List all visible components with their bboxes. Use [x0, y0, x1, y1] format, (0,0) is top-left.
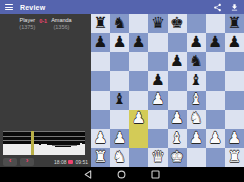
hamburger-menu-icon[interactable]	[5, 4, 13, 10]
square-h2[interactable]: ♟	[225, 129, 244, 148]
white-clock: 18:08	[54, 159, 67, 165]
game-result: 0-1	[39, 17, 47, 31]
square-e8[interactable]: ♚	[168, 14, 187, 33]
next-move-button[interactable]: ›	[20, 158, 34, 166]
back-icon[interactable]	[84, 170, 92, 179]
black-pawn: ♟	[151, 73, 165, 89]
square-b1[interactable]: ♞	[110, 148, 129, 167]
square-f1[interactable]	[187, 148, 206, 167]
square-h6[interactable]	[225, 52, 244, 71]
square-c5[interactable]	[129, 71, 148, 90]
square-a8[interactable]: ♜	[91, 14, 110, 33]
page-title: Review	[20, 4, 45, 11]
square-d2[interactable]	[148, 129, 167, 148]
white-king: ♚	[170, 150, 184, 166]
square-d5[interactable]: ♟	[148, 71, 167, 90]
white-pawn: ♟	[132, 111, 146, 127]
black-queen: ♛	[151, 16, 165, 32]
evaluation-graph[interactable]	[3, 131, 85, 155]
white-pawn: ♟	[189, 131, 203, 147]
square-a5[interactable]	[91, 71, 110, 90]
black-rook: ♜	[94, 16, 108, 32]
black-pawn: ♟	[113, 35, 127, 51]
square-c7[interactable]: ♟	[129, 33, 148, 52]
square-f4[interactable]: ♝	[187, 91, 206, 110]
white-pawn: ♟	[227, 131, 241, 147]
square-g1[interactable]	[206, 148, 225, 167]
white-pawn: ♟	[113, 131, 127, 147]
square-b7[interactable]: ♟	[110, 33, 129, 52]
current-move-marker	[31, 131, 34, 155]
home-icon[interactable]	[117, 170, 126, 179]
prev-move-button[interactable]: ‹	[3, 158, 17, 166]
square-e5[interactable]	[168, 71, 187, 90]
square-c4[interactable]	[129, 91, 148, 110]
android-navbar	[0, 167, 244, 182]
square-b5[interactable]	[110, 71, 129, 90]
black-player-rating: (1356)	[51, 24, 72, 31]
black-pawn: ♟	[170, 54, 184, 70]
black-clock: 09:51	[75, 159, 88, 165]
white-pawn: ♟	[208, 131, 222, 147]
square-d4[interactable]: ♟	[148, 91, 167, 110]
review-side-panel: Player (1375) 0-1 Amanda (1356) ‹ › 18:0…	[0, 14, 91, 167]
black-pawn: ♟	[94, 35, 108, 51]
square-b2[interactable]: ♟	[110, 129, 129, 148]
header-actions	[213, 3, 239, 12]
square-e3[interactable]: ♟	[168, 110, 187, 129]
white-player-name: Player	[19, 17, 35, 24]
square-a4[interactable]	[91, 91, 110, 110]
square-a6[interactable]	[91, 52, 110, 71]
square-e7[interactable]	[168, 33, 187, 52]
players-info: Player (1375) 0-1 Amanda (1356)	[0, 14, 91, 31]
white-player-rating: (1375)	[19, 24, 35, 31]
square-g7[interactable]: ♟	[206, 33, 225, 52]
white-rook: ♜	[227, 150, 241, 166]
square-g8[interactable]	[206, 14, 225, 33]
square-h3[interactable]	[225, 110, 244, 129]
square-d3[interactable]	[148, 110, 167, 129]
black-rook: ♜	[227, 16, 241, 32]
square-h1[interactable]: ♜	[225, 148, 244, 167]
square-d8[interactable]: ♛	[148, 14, 167, 33]
square-f6[interactable]: ♞	[187, 52, 206, 71]
playback-controls: ‹ › 18:08 09:51	[0, 156, 91, 167]
square-h4[interactable]	[225, 91, 244, 110]
black-player: Amanda (1356)	[51, 17, 72, 31]
white-pawn: ♟	[170, 111, 184, 127]
square-h5[interactable]	[225, 71, 244, 90]
eval-bar	[82, 144, 85, 155]
black-pawn: ♟	[208, 35, 222, 51]
black-bishop: ♝	[113, 92, 127, 108]
black-pawn: ♟	[132, 35, 146, 51]
square-c1[interactable]	[129, 148, 148, 167]
white-rook: ♜	[94, 150, 108, 166]
white-queen: ♛	[151, 150, 165, 166]
white-knight: ♞	[113, 150, 127, 166]
evaluation-area-series	[3, 131, 85, 155]
square-e6[interactable]: ♟	[168, 52, 187, 71]
move-indicator-icon	[68, 160, 73, 164]
main-content: Player (1375) 0-1 Amanda (1356) ‹ › 18:0…	[0, 14, 244, 167]
white-bishop: ♝	[189, 92, 203, 108]
square-a1[interactable]: ♜	[91, 148, 110, 167]
square-f2[interactable]: ♟	[187, 129, 206, 148]
square-c6[interactable]	[129, 52, 148, 71]
square-a2[interactable]: ♟	[91, 129, 110, 148]
square-c8[interactable]	[129, 14, 148, 33]
share-icon[interactable]	[213, 3, 222, 12]
square-a3[interactable]	[91, 110, 110, 129]
clock-display: 18:08 09:51	[54, 159, 88, 165]
black-player-name: Amanda	[51, 17, 72, 24]
square-d1[interactable]: ♛	[148, 148, 167, 167]
square-a7[interactable]: ♟	[91, 33, 110, 52]
square-e1[interactable]: ♚	[168, 148, 187, 167]
square-d7[interactable]	[148, 33, 167, 52]
white-bishop: ♝	[170, 131, 184, 147]
square-g4[interactable]	[206, 91, 225, 110]
square-b6[interactable]	[110, 52, 129, 71]
square-d6[interactable]	[148, 52, 167, 71]
square-g5[interactable]	[206, 71, 225, 90]
square-f8[interactable]	[187, 14, 206, 33]
black-bishop: ♝	[189, 73, 203, 89]
square-b3[interactable]	[110, 110, 129, 129]
square-b8[interactable]: ♞	[110, 14, 129, 33]
white-player: Player (1375)	[19, 17, 35, 31]
square-h7[interactable]: ♟	[225, 33, 244, 52]
square-g6[interactable]	[206, 52, 225, 71]
recents-icon[interactable]	[151, 170, 160, 179]
black-king: ♚	[170, 16, 184, 32]
square-c2[interactable]	[129, 129, 148, 148]
square-g2[interactable]: ♟	[206, 129, 225, 148]
square-c3[interactable]: ♟	[129, 110, 148, 129]
black-knight: ♞	[189, 54, 203, 70]
download-icon[interactable]	[230, 3, 239, 12]
app-header: Review	[0, 0, 244, 14]
square-b4[interactable]: ♝	[110, 91, 129, 110]
square-e4[interactable]	[168, 91, 187, 110]
square-e2[interactable]: ♝	[168, 129, 187, 148]
black-pawn: ♟	[189, 35, 203, 51]
black-pawn: ♟	[227, 35, 241, 51]
square-h8[interactable]: ♜	[225, 14, 244, 33]
white-knight: ♞	[189, 111, 203, 127]
square-f5[interactable]: ♝	[187, 71, 206, 90]
square-g3[interactable]	[206, 110, 225, 129]
black-knight: ♞	[113, 16, 127, 32]
white-pawn: ♟	[151, 92, 165, 108]
square-f3[interactable]: ♞	[187, 110, 206, 129]
app-screen: Review Player (1375) 0-1 Amanda (1356)	[0, 0, 244, 182]
white-pawn: ♟	[94, 131, 108, 147]
square-f7[interactable]: ♟	[187, 33, 206, 52]
chess-board: ♜♞♛♚♜♟♟♟♟♟♟♟♞♟♝♝♟♝♟♟♞♟♟♝♟♟♟♜♞♛♚♜	[91, 14, 244, 167]
